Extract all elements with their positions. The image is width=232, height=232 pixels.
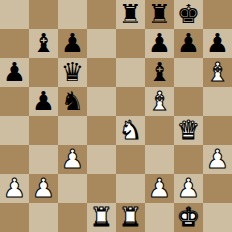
piece-black-queen[interactable]: ♛ bbox=[61, 58, 84, 87]
piece-black-bishop[interactable]: ♝ bbox=[148, 58, 171, 87]
piece-white-bishop[interactable]: ♝ bbox=[206, 58, 229, 87]
piece-white-pawn[interactable]: ♟ bbox=[32, 174, 55, 203]
square-b8[interactable] bbox=[29, 0, 58, 29]
piece-white-pawn[interactable]: ♟ bbox=[206, 145, 229, 174]
piece-white-king[interactable]: ♚ bbox=[177, 203, 200, 232]
piece-black-bishop[interactable]: ♝ bbox=[32, 29, 55, 58]
square-a7[interactable] bbox=[0, 29, 29, 58]
piece-black-knight[interactable]: ♞ bbox=[61, 87, 84, 116]
piece-white-rook[interactable]: ♜ bbox=[90, 203, 113, 232]
square-d7[interactable] bbox=[87, 29, 116, 58]
square-c6[interactable]: ♛ bbox=[58, 58, 87, 87]
square-h8[interactable] bbox=[203, 0, 232, 29]
piece-white-pawn[interactable]: ♟ bbox=[61, 145, 84, 174]
square-c2[interactable] bbox=[58, 174, 87, 203]
piece-white-knight[interactable]: ♞ bbox=[119, 116, 142, 145]
square-c4[interactable] bbox=[58, 116, 87, 145]
square-a4[interactable] bbox=[0, 116, 29, 145]
square-c8[interactable] bbox=[58, 0, 87, 29]
square-e5[interactable] bbox=[116, 87, 145, 116]
piece-black-pawn[interactable]: ♟ bbox=[177, 29, 200, 58]
square-b5[interactable]: ♟ bbox=[29, 87, 58, 116]
piece-black-pawn[interactable]: ♟ bbox=[32, 87, 55, 116]
square-e3[interactable] bbox=[116, 145, 145, 174]
square-f5[interactable]: ♝ bbox=[145, 87, 174, 116]
square-e6[interactable] bbox=[116, 58, 145, 87]
piece-black-pawn[interactable]: ♟ bbox=[148, 29, 171, 58]
square-a1[interactable] bbox=[0, 203, 29, 232]
piece-white-pawn[interactable]: ♟ bbox=[148, 174, 171, 203]
square-f7[interactable]: ♟ bbox=[145, 29, 174, 58]
square-f4[interactable] bbox=[145, 116, 174, 145]
square-g3[interactable] bbox=[174, 145, 203, 174]
piece-white-pawn[interactable]: ♟ bbox=[3, 174, 26, 203]
square-g1[interactable]: ♚ bbox=[174, 203, 203, 232]
piece-black-rook[interactable]: ♜ bbox=[148, 0, 171, 29]
square-h2[interactable] bbox=[203, 174, 232, 203]
piece-black-rook[interactable]: ♜ bbox=[119, 0, 142, 29]
square-a2[interactable]: ♟ bbox=[0, 174, 29, 203]
square-d6[interactable] bbox=[87, 58, 116, 87]
square-b1[interactable] bbox=[29, 203, 58, 232]
square-d8[interactable] bbox=[87, 0, 116, 29]
square-d2[interactable] bbox=[87, 174, 116, 203]
square-e7[interactable] bbox=[116, 29, 145, 58]
square-b2[interactable]: ♟ bbox=[29, 174, 58, 203]
piece-black-king[interactable]: ♚ bbox=[177, 0, 200, 29]
square-a3[interactable] bbox=[0, 145, 29, 174]
square-g5[interactable] bbox=[174, 87, 203, 116]
square-f3[interactable] bbox=[145, 145, 174, 174]
piece-white-rook[interactable]: ♜ bbox=[119, 203, 142, 232]
square-c7[interactable]: ♟ bbox=[58, 29, 87, 58]
square-g8[interactable]: ♚ bbox=[174, 0, 203, 29]
square-e2[interactable] bbox=[116, 174, 145, 203]
square-d3[interactable] bbox=[87, 145, 116, 174]
square-g2[interactable]: ♟ bbox=[174, 174, 203, 203]
square-h3[interactable]: ♟ bbox=[203, 145, 232, 174]
square-c5[interactable]: ♞ bbox=[58, 87, 87, 116]
square-f6[interactable]: ♝ bbox=[145, 58, 174, 87]
square-d1[interactable]: ♜ bbox=[87, 203, 116, 232]
square-d5[interactable] bbox=[87, 87, 116, 116]
square-h7[interactable]: ♟ bbox=[203, 29, 232, 58]
piece-black-pawn[interactable]: ♟ bbox=[61, 29, 84, 58]
chess-board: ♜♜♚♝♟♟♟♟♟♛♝♝♟♞♝♞♛♟♟♟♟♟♟♜♜♚ bbox=[0, 0, 232, 232]
square-b6[interactable] bbox=[29, 58, 58, 87]
square-f2[interactable]: ♟ bbox=[145, 174, 174, 203]
square-e4[interactable]: ♞ bbox=[116, 116, 145, 145]
square-f8[interactable]: ♜ bbox=[145, 0, 174, 29]
square-e8[interactable]: ♜ bbox=[116, 0, 145, 29]
square-f1[interactable] bbox=[145, 203, 174, 232]
square-h6[interactable]: ♝ bbox=[203, 58, 232, 87]
square-a8[interactable] bbox=[0, 0, 29, 29]
piece-white-queen[interactable]: ♛ bbox=[177, 116, 200, 145]
piece-white-bishop[interactable]: ♝ bbox=[148, 87, 171, 116]
square-e1[interactable]: ♜ bbox=[116, 203, 145, 232]
square-c3[interactable]: ♟ bbox=[58, 145, 87, 174]
piece-black-pawn[interactable]: ♟ bbox=[3, 58, 26, 87]
piece-black-pawn[interactable]: ♟ bbox=[206, 29, 229, 58]
square-g6[interactable] bbox=[174, 58, 203, 87]
square-a5[interactable] bbox=[0, 87, 29, 116]
square-g4[interactable]: ♛ bbox=[174, 116, 203, 145]
square-b3[interactable] bbox=[29, 145, 58, 174]
square-c1[interactable] bbox=[58, 203, 87, 232]
square-h1[interactable] bbox=[203, 203, 232, 232]
square-b4[interactable] bbox=[29, 116, 58, 145]
square-b7[interactable]: ♝ bbox=[29, 29, 58, 58]
square-a6[interactable]: ♟ bbox=[0, 58, 29, 87]
square-h5[interactable] bbox=[203, 87, 232, 116]
piece-white-pawn[interactable]: ♟ bbox=[177, 174, 200, 203]
square-h4[interactable] bbox=[203, 116, 232, 145]
square-g7[interactable]: ♟ bbox=[174, 29, 203, 58]
square-d4[interactable] bbox=[87, 116, 116, 145]
